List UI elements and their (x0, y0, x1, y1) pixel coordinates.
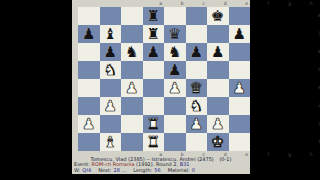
square-c5 (121, 61, 143, 79)
square-a1 (78, 133, 100, 151)
coord-label: e (236, 1, 258, 6)
caption: Tomescu, Vlad (2385) -- Istratescu, Andr… (72, 157, 250, 174)
stat-label: Next: (98, 167, 111, 173)
square-h6 (229, 43, 251, 61)
square-d1: ♜︎ (143, 133, 165, 151)
stat-value: Qf4 (82, 167, 91, 173)
square-d2: ♜︎ (143, 115, 165, 133)
square-d5 (143, 61, 165, 79)
black-pawn: ♟︎ (168, 63, 181, 78)
square-d7: ♜︎ (143, 25, 165, 43)
white-rook: ♜︎ (147, 135, 160, 150)
black-knight: ♞︎ (168, 45, 181, 60)
black-pawn: ♟︎ (82, 27, 95, 42)
white-pawn: ♟︎ (125, 81, 138, 96)
white-rook: ♜︎ (147, 117, 160, 132)
coord-label: a (150, 1, 172, 6)
square-e2 (164, 115, 186, 133)
square-b6: ♟︎ (100, 43, 122, 61)
square-e6: ♞︎ (164, 43, 186, 61)
square-c3 (121, 97, 143, 115)
square-e5: ♟︎ (164, 61, 186, 79)
white-pawn: ♟︎ (190, 117, 203, 132)
coord-label: c (193, 1, 215, 6)
square-b7: ♝︎ (100, 25, 122, 43)
square-f8 (186, 7, 208, 25)
stat-length: Length:56 (133, 167, 160, 173)
coord-label: h (301, 152, 320, 157)
black-rook: ♜︎ (147, 9, 160, 24)
video-frame: { "game": "chess", "position": { "fen": … (0, 0, 320, 180)
square-e4: ♟︎ (164, 79, 186, 97)
coord-label: f (258, 152, 280, 157)
white-king: ♚︎ (211, 135, 224, 150)
white-pawn: ♟︎ (104, 99, 117, 114)
square-f1 (186, 133, 208, 151)
square-a6 (78, 43, 100, 61)
white-knight: ♞︎ (104, 63, 117, 78)
square-h1 (229, 133, 251, 151)
stat-value: 56 (154, 167, 160, 173)
square-c8 (121, 7, 143, 25)
coord-label: f (258, 1, 280, 6)
square-g7 (207, 25, 229, 43)
square-c2 (121, 115, 143, 133)
chess-board: ♜︎♚︎♟︎♝︎♜︎♛︎♟︎♟︎♞︎♟︎♞︎♟︎♟︎♞︎♟︎♟︎♟︎♛︎♟︎♟︎… (78, 7, 250, 151)
white-bishop: ♝︎ (104, 135, 117, 150)
square-g4 (207, 79, 229, 97)
square-f4: ♛︎ (186, 79, 208, 97)
black-rook: ♜︎ (147, 27, 160, 42)
square-f5 (186, 61, 208, 79)
square-d6: ♟︎ (143, 43, 165, 61)
square-f7 (186, 25, 208, 43)
coord-label: h (301, 1, 320, 6)
square-h8 (229, 7, 251, 25)
square-g5 (207, 61, 229, 79)
square-h7: ♟︎ (229, 25, 251, 43)
coord-label: g (279, 152, 301, 157)
square-g8: ♚︎ (207, 7, 229, 25)
black-pawn: ♟︎ (147, 45, 160, 60)
stat-next: Next:28 ... (98, 167, 126, 173)
square-f2: ♟︎ (186, 115, 208, 133)
square-e1 (164, 133, 186, 151)
square-e3 (164, 97, 186, 115)
square-b3: ♟︎ (100, 97, 122, 115)
square-a5 (78, 61, 100, 79)
square-h3 (229, 97, 251, 115)
stat-label: W: (74, 167, 80, 173)
black-pawn: ♟︎ (211, 45, 224, 60)
black-king: ♚︎ (211, 9, 224, 24)
white-queen: ♛︎ (190, 81, 203, 96)
square-g3 (207, 97, 229, 115)
square-f6: ♟︎ (186, 43, 208, 61)
black-queen: ♛︎ (168, 27, 181, 42)
coord-label: b (172, 1, 194, 6)
square-g1: ♚︎ (207, 133, 229, 151)
square-d3 (143, 97, 165, 115)
square-a8 (78, 7, 100, 25)
stats-line: W:Qf4Next:28 ...Length:56Material:0 (72, 168, 250, 174)
square-c7 (121, 25, 143, 43)
square-h4: ♟︎ (229, 79, 251, 97)
square-b1: ♝︎ (100, 133, 122, 151)
black-pawn: ♟︎ (104, 45, 117, 60)
stat-w: W:Qf4 (74, 167, 91, 173)
black-pawn: ♟︎ (233, 27, 246, 42)
square-d8: ♜︎ (143, 7, 165, 25)
black-bishop: ♝︎ (104, 27, 117, 42)
white-pawn: ♟︎ (168, 81, 181, 96)
square-b8 (100, 7, 122, 25)
square-b5: ♞︎ (100, 61, 122, 79)
square-f3: ♞︎ (186, 97, 208, 115)
stat-label: Length: (133, 167, 152, 173)
square-b2 (100, 115, 122, 133)
stat-value: 28 ... (114, 167, 127, 173)
square-d4 (143, 79, 165, 97)
square-g6: ♟︎ (207, 43, 229, 61)
coord-label: g (279, 1, 301, 6)
white-knight: ♞︎ (190, 99, 203, 114)
square-a2: ♟︎ (78, 115, 100, 133)
stat-material: Material:0 (168, 167, 195, 173)
square-c6: ♞︎ (121, 43, 143, 61)
black-pawn: ♟︎ (190, 45, 203, 60)
square-h2 (229, 115, 251, 133)
square-b4 (100, 79, 122, 97)
square-e8 (164, 7, 186, 25)
white-pawn: ♟︎ (211, 117, 224, 132)
square-g2: ♟︎ (207, 115, 229, 133)
game-result: (0-1) (219, 156, 231, 162)
stat-value: 0 (192, 167, 195, 173)
square-a3 (78, 97, 100, 115)
coord-label: d (215, 1, 237, 6)
square-a7: ♟︎ (78, 25, 100, 43)
stat-label: Material: (168, 167, 190, 173)
square-e7: ♛︎ (164, 25, 186, 43)
square-c1 (121, 133, 143, 151)
square-h5 (229, 61, 251, 79)
square-c4: ♟︎ (121, 79, 143, 97)
black-knight: ♞︎ (125, 45, 138, 60)
square-a4 (78, 79, 100, 97)
file-labels-top: abcdefgh (150, 1, 320, 6)
white-pawn: ♟︎ (82, 117, 95, 132)
white-pawn: ♟︎ (233, 81, 246, 96)
